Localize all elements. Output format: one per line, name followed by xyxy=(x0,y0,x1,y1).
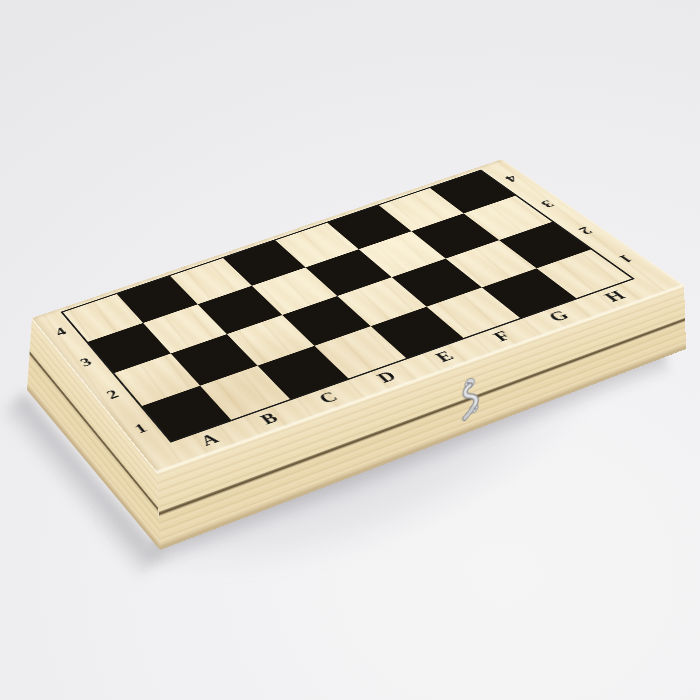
clasp-latch-icon xyxy=(458,373,483,425)
product-photo-scene: ABCDEFGH44332211 xyxy=(0,0,700,700)
